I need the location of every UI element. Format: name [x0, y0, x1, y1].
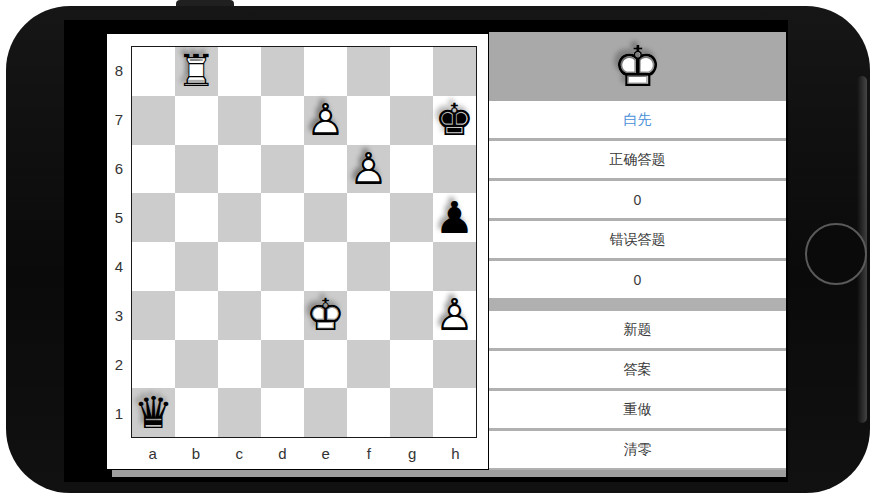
square-c2[interactable]	[218, 340, 261, 389]
square-c5[interactable]	[218, 193, 261, 242]
square-b7[interactable]	[175, 96, 218, 145]
rank-label-6: 6	[107, 144, 131, 193]
new-puzzle-button[interactable]: 新题	[489, 311, 786, 348]
square-d8[interactable]	[261, 47, 304, 96]
square-b3[interactable]	[175, 291, 218, 340]
file-label-b: b	[174, 440, 217, 466]
square-a1[interactable]: ♛	[132, 388, 175, 437]
square-e4[interactable]	[304, 242, 347, 291]
square-f1[interactable]	[347, 388, 390, 437]
white-king: ♚♔	[304, 291, 347, 340]
white-rook: ♜♖	[175, 47, 218, 96]
correct-answers-count: 0	[489, 181, 786, 218]
square-e6[interactable]	[304, 145, 347, 194]
black-queen: ♛	[132, 388, 175, 437]
file-labels: abcdefgh	[131, 440, 477, 466]
square-c3[interactable]	[218, 291, 261, 340]
square-f8[interactable]	[347, 47, 390, 96]
square-a6[interactable]	[132, 145, 175, 194]
square-e7[interactable]: ♟♙	[304, 96, 347, 145]
panel-header: ♚ ♔	[489, 32, 786, 101]
square-g2[interactable]	[390, 340, 433, 389]
square-b6[interactable]	[175, 145, 218, 194]
square-a8[interactable]	[132, 47, 175, 96]
rank-label-7: 7	[107, 95, 131, 144]
file-label-a: a	[131, 440, 174, 466]
reset-button[interactable]: 清零	[489, 431, 786, 468]
file-label-f: f	[347, 440, 390, 466]
square-g3[interactable]	[390, 291, 433, 340]
file-label-e: e	[304, 440, 347, 466]
square-h5[interactable]: ♟	[433, 193, 476, 242]
square-g1[interactable]	[390, 388, 433, 437]
square-b2[interactable]	[175, 340, 218, 389]
chess-board[interactable]: ♜♖♟♙♚♟♙♟♚♔♟♙♛	[131, 46, 477, 438]
rank-label-3: 3	[107, 291, 131, 340]
square-f6[interactable]: ♟♙	[347, 145, 390, 194]
square-d7[interactable]	[261, 96, 304, 145]
square-a4[interactable]	[132, 242, 175, 291]
square-d5[interactable]	[261, 193, 304, 242]
square-h2[interactable]	[433, 340, 476, 389]
chess-board-panel: 87654321 ♜♖♟♙♚♟♙♟♚♔♟♙♛ abcdefgh	[106, 33, 489, 470]
rank-labels: 87654321	[107, 46, 131, 438]
square-h3[interactable]: ♟♙	[433, 291, 476, 340]
rank-label-5: 5	[107, 193, 131, 242]
square-b8[interactable]: ♜♖	[175, 47, 218, 96]
square-g7[interactable]	[390, 96, 433, 145]
square-c1[interactable]	[218, 388, 261, 437]
square-f4[interactable]	[347, 242, 390, 291]
rank-label-4: 4	[107, 242, 131, 291]
square-a3[interactable]	[132, 291, 175, 340]
square-a5[interactable]	[132, 193, 175, 242]
app-store-screenshot: 87654321 ♜♖♟♙♚♟♙♟♚♔♟♙♛ abcdefgh ♚ ♔ 白先正确…	[0, 0, 883, 497]
wrong-answers-label: 错误答题	[489, 221, 786, 258]
phone-body: 87654321 ♜♖♟♙♚♟♙♟♚♔♟♙♛ abcdefgh ♚ ♔ 白先正确…	[6, 6, 870, 493]
square-e1[interactable]	[304, 388, 347, 437]
white-pawn: ♟♙	[304, 96, 347, 145]
white-king-icon: ♚ ♔	[489, 32, 786, 101]
square-c8[interactable]	[218, 47, 261, 96]
home-button[interactable]	[805, 223, 867, 285]
square-f5[interactable]	[347, 193, 390, 242]
white-pawn: ♟♙	[433, 291, 476, 340]
rank-label-2: 2	[107, 340, 131, 389]
white-king-icon-fill: ♚	[612, 39, 662, 95]
square-c4[interactable]	[218, 242, 261, 291]
square-f3[interactable]	[347, 291, 390, 340]
rank-label-8: 8	[107, 46, 131, 95]
square-b1[interactable]	[175, 388, 218, 437]
panel-shadow-strip	[112, 470, 786, 477]
square-f7[interactable]	[347, 96, 390, 145]
square-d3[interactable]	[261, 291, 304, 340]
square-d1[interactable]	[261, 388, 304, 437]
square-h6[interactable]	[433, 145, 476, 194]
square-h4[interactable]	[433, 242, 476, 291]
square-h8[interactable]	[433, 47, 476, 96]
square-b4[interactable]	[175, 242, 218, 291]
panel-rows: 白先正确答题0错误答题0新题答案重做清零	[489, 101, 786, 468]
square-a7[interactable]	[132, 96, 175, 145]
correct-answers-label: 正确答题	[489, 141, 786, 178]
rank-label-1: 1	[107, 389, 131, 438]
black-king: ♚	[433, 96, 476, 145]
file-label-d: d	[261, 440, 304, 466]
square-d2[interactable]	[261, 340, 304, 389]
square-e2[interactable]	[304, 340, 347, 389]
square-d4[interactable]	[261, 242, 304, 291]
file-label-g: g	[391, 440, 434, 466]
square-g5[interactable]	[390, 193, 433, 242]
square-e5[interactable]	[304, 193, 347, 242]
square-h1[interactable]	[433, 388, 476, 437]
redo-button[interactable]: 重做	[489, 391, 786, 428]
square-e3[interactable]: ♚♔	[304, 291, 347, 340]
wrong-answers-count: 0	[489, 261, 786, 298]
white-king-icon-outline: ♔	[612, 39, 662, 95]
file-label-c: c	[218, 440, 261, 466]
black-pawn: ♟	[433, 193, 476, 242]
square-b5[interactable]	[175, 193, 218, 242]
file-label-h: h	[434, 440, 477, 466]
square-g8[interactable]	[390, 47, 433, 96]
square-a2[interactable]	[132, 340, 175, 389]
square-g6[interactable]	[390, 145, 433, 194]
white-pawn: ♟♙	[347, 145, 390, 194]
square-h7[interactable]: ♚	[433, 96, 476, 145]
square-c7[interactable]	[218, 96, 261, 145]
side-to-move[interactable]: 白先	[489, 101, 786, 138]
answer-button[interactable]: 答案	[489, 351, 786, 388]
square-f2[interactable]	[347, 340, 390, 389]
square-g4[interactable]	[390, 242, 433, 291]
square-c6[interactable]	[218, 145, 261, 194]
square-d6[interactable]	[261, 145, 304, 194]
control-panel: ♚ ♔ 白先正确答题0错误答题0新题答案重做清零	[489, 32, 786, 470]
square-e8[interactable]	[304, 47, 347, 96]
